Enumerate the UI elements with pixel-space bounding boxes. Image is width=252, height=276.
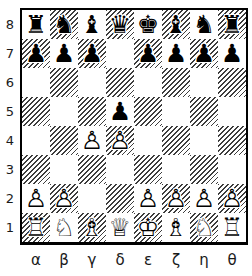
square-d7[interactable]	[106, 39, 134, 68]
piece-white-rook[interactable]: ♜♖	[218, 213, 246, 242]
piece-glyph: ♙	[134, 184, 162, 213]
chess-board: ♜♜♞♞♝♝♛♛♚♚♝♝♞♞♜♜♟♟♟♟♟♟♟♟♟♟♟♟♟♟♟♟♟♙♟♙♟♙♟♙…	[20, 8, 248, 245]
square-h8[interactable]: ♜♜	[218, 10, 246, 39]
piece-black-bishop[interactable]: ♝♝	[78, 10, 106, 39]
square-h2[interactable]: ♟♙	[218, 184, 246, 213]
piece-glyph: ♟	[106, 97, 134, 126]
rank-labels: 87654321	[0, 10, 20, 242]
square-f6[interactable]	[162, 68, 190, 97]
square-b8[interactable]: ♞♞	[50, 10, 78, 39]
square-b6[interactable]	[50, 68, 78, 97]
piece-black-pawn[interactable]: ♟♟	[22, 39, 50, 68]
piece-black-knight[interactable]: ♞♞	[190, 10, 218, 39]
piece-glyph: ♟	[162, 39, 190, 68]
square-a4[interactable]	[22, 126, 50, 155]
piece-black-bishop[interactable]: ♝♝	[162, 10, 190, 39]
piece-white-knight[interactable]: ♞♘	[190, 213, 218, 242]
piece-black-pawn[interactable]: ♟♟	[78, 39, 106, 68]
piece-glyph: ♖	[22, 213, 50, 242]
rank-label-7: 7	[0, 39, 20, 68]
piece-glyph: ♟	[78, 39, 106, 68]
piece-glyph: ♘	[190, 213, 218, 242]
square-d2[interactable]	[106, 184, 134, 213]
piece-glyph: ♟	[22, 39, 50, 68]
piece-white-pawn[interactable]: ♟♙	[162, 184, 190, 213]
piece-glyph: ♞	[50, 10, 78, 39]
piece-glyph: ♙	[106, 126, 134, 155]
file-label-gamma: γ	[78, 246, 106, 274]
square-a5[interactable]	[22, 97, 50, 126]
square-d4[interactable]: ♟♙	[106, 126, 134, 155]
rank-label-5: 5	[0, 97, 20, 126]
square-a1[interactable]: ♜♖	[22, 213, 50, 242]
square-g4[interactable]	[190, 126, 218, 155]
square-b1[interactable]: ♞♘	[50, 213, 78, 242]
square-a3[interactable]	[22, 155, 50, 184]
piece-black-queen[interactable]: ♛♛	[106, 10, 134, 39]
piece-black-pawn[interactable]: ♟♟	[134, 39, 162, 68]
piece-white-pawn[interactable]: ♟♙	[190, 184, 218, 213]
square-b7[interactable]: ♟♟	[50, 39, 78, 68]
square-f4[interactable]	[162, 126, 190, 155]
square-h1[interactable]: ♜♖	[218, 213, 246, 242]
square-g6[interactable]	[190, 68, 218, 97]
square-f5[interactable]	[162, 97, 190, 126]
piece-black-pawn[interactable]: ♟♟	[106, 97, 134, 126]
rank-label-4: 4	[0, 126, 20, 155]
piece-glyph: ♘	[50, 213, 78, 242]
square-b3[interactable]	[50, 155, 78, 184]
piece-glyph: ♜	[22, 10, 50, 39]
piece-glyph: ♙	[22, 184, 50, 213]
piece-glyph: ♙	[218, 184, 246, 213]
piece-black-rook[interactable]: ♜♜	[218, 10, 246, 39]
piece-white-knight[interactable]: ♞♘	[50, 213, 78, 242]
square-c3[interactable]	[78, 155, 106, 184]
piece-glyph: ♙	[50, 184, 78, 213]
square-e4[interactable]	[134, 126, 162, 155]
square-d8[interactable]: ♛♛	[106, 10, 134, 39]
square-e7[interactable]: ♟♟	[134, 39, 162, 68]
square-a8[interactable]: ♜♜	[22, 10, 50, 39]
rank-label-8: 8	[0, 10, 20, 39]
file-label-alpha: α	[22, 246, 50, 274]
square-c6[interactable]	[78, 68, 106, 97]
square-e3[interactable]	[134, 155, 162, 184]
square-e8[interactable]: ♚♚	[134, 10, 162, 39]
piece-black-pawn[interactable]: ♟♟	[218, 39, 246, 68]
square-e1[interactable]: ♚♔	[134, 213, 162, 242]
piece-glyph: ♟	[218, 39, 246, 68]
chess-diagram: 87654321 ♜♜♞♞♝♝♛♛♚♚♝♝♞♞♜♜♟♟♟♟♟♟♟♟♟♟♟♟♟♟♟…	[0, 0, 252, 276]
square-d6[interactable]	[106, 68, 134, 97]
piece-black-pawn[interactable]: ♟♟	[162, 39, 190, 68]
piece-glyph: ♝	[162, 10, 190, 39]
file-label-delta: δ	[106, 246, 134, 274]
square-a6[interactable]	[22, 68, 50, 97]
piece-black-king[interactable]: ♚♚	[134, 10, 162, 39]
square-g7[interactable]: ♟♟	[190, 39, 218, 68]
square-d5[interactable]: ♟♟	[106, 97, 134, 126]
file-label-eta: η	[190, 246, 218, 274]
piece-glyph: ♟	[50, 39, 78, 68]
square-f1[interactable]: ♝♗	[162, 213, 190, 242]
piece-white-pawn[interactable]: ♟♙	[22, 184, 50, 213]
square-f2[interactable]: ♟♙	[162, 184, 190, 213]
square-c1[interactable]: ♝♗	[78, 213, 106, 242]
piece-glyph: ♞	[190, 10, 218, 39]
square-e2[interactable]: ♟♙	[134, 184, 162, 213]
piece-glyph: ♝	[78, 10, 106, 39]
rank-label-3: 3	[0, 155, 20, 184]
piece-glyph: ♚	[134, 10, 162, 39]
square-h5[interactable]	[218, 97, 246, 126]
rank-label-2: 2	[0, 184, 20, 213]
piece-glyph: ♟	[190, 39, 218, 68]
piece-glyph: ♙	[190, 184, 218, 213]
piece-black-rook[interactable]: ♜♜	[22, 10, 50, 39]
piece-white-queen[interactable]: ♛♕	[106, 213, 134, 242]
piece-glyph: ♛	[106, 10, 134, 39]
square-g5[interactable]	[190, 97, 218, 126]
piece-black-knight[interactable]: ♞♞	[50, 10, 78, 39]
square-f7[interactable]: ♟♟	[162, 39, 190, 68]
piece-white-bishop[interactable]: ♝♗	[162, 213, 190, 242]
piece-glyph: ♙	[162, 184, 190, 213]
piece-white-pawn[interactable]: ♟♙	[50, 184, 78, 213]
piece-glyph: ♗	[162, 213, 190, 242]
piece-white-king[interactable]: ♚♔	[134, 213, 162, 242]
piece-glyph: ♜	[218, 10, 246, 39]
square-h4[interactable]	[218, 126, 246, 155]
square-c7[interactable]: ♟♟	[78, 39, 106, 68]
square-f3[interactable]	[162, 155, 190, 184]
square-g1[interactable]: ♞♘	[190, 213, 218, 242]
square-a7[interactable]: ♟♟	[22, 39, 50, 68]
piece-glyph: ♟	[134, 39, 162, 68]
piece-glyph: ♖	[218, 213, 246, 242]
square-b2[interactable]: ♟♙	[50, 184, 78, 213]
square-d1[interactable]: ♛♕	[106, 213, 134, 242]
piece-glyph: ♗	[78, 213, 106, 242]
square-g2[interactable]: ♟♙	[190, 184, 218, 213]
piece-black-pawn[interactable]: ♟♟	[190, 39, 218, 68]
square-h3[interactable]	[218, 155, 246, 184]
file-labels: αβγδεζηθ	[22, 246, 246, 274]
piece-glyph: ♔	[134, 213, 162, 242]
piece-white-pawn[interactable]: ♟♙	[106, 126, 134, 155]
square-b5[interactable]	[50, 97, 78, 126]
square-c4[interactable]: ♟♙	[78, 126, 106, 155]
square-g8[interactable]: ♞♞	[190, 10, 218, 39]
square-h6[interactable]	[218, 68, 246, 97]
piece-white-bishop[interactable]: ♝♗	[78, 213, 106, 242]
square-e5[interactable]	[134, 97, 162, 126]
square-f8[interactable]: ♝♝	[162, 10, 190, 39]
square-a2[interactable]: ♟♙	[22, 184, 50, 213]
square-e6[interactable]	[134, 68, 162, 97]
piece-glyph: ♙	[78, 126, 106, 155]
rank-label-1: 1	[0, 213, 20, 242]
rank-label-6: 6	[0, 68, 20, 97]
piece-black-pawn[interactable]: ♟♟	[50, 39, 78, 68]
piece-glyph: ♕	[106, 213, 134, 242]
square-b4[interactable]	[50, 126, 78, 155]
piece-white-pawn[interactable]: ♟♙	[218, 184, 246, 213]
file-label-epsilon: ε	[134, 246, 162, 274]
square-h7[interactable]: ♟♟	[218, 39, 246, 68]
file-label-theta: θ	[218, 246, 246, 274]
piece-white-rook[interactable]: ♜♖	[22, 213, 50, 242]
square-c8[interactable]: ♝♝	[78, 10, 106, 39]
piece-white-pawn[interactable]: ♟♙	[78, 126, 106, 155]
piece-white-pawn[interactable]: ♟♙	[134, 184, 162, 213]
file-label-beta: β	[50, 246, 78, 274]
square-c5[interactable]	[78, 97, 106, 126]
square-d3[interactable]	[106, 155, 134, 184]
square-c2[interactable]	[78, 184, 106, 213]
square-g3[interactable]	[190, 155, 218, 184]
file-label-zeta: ζ	[162, 246, 190, 274]
